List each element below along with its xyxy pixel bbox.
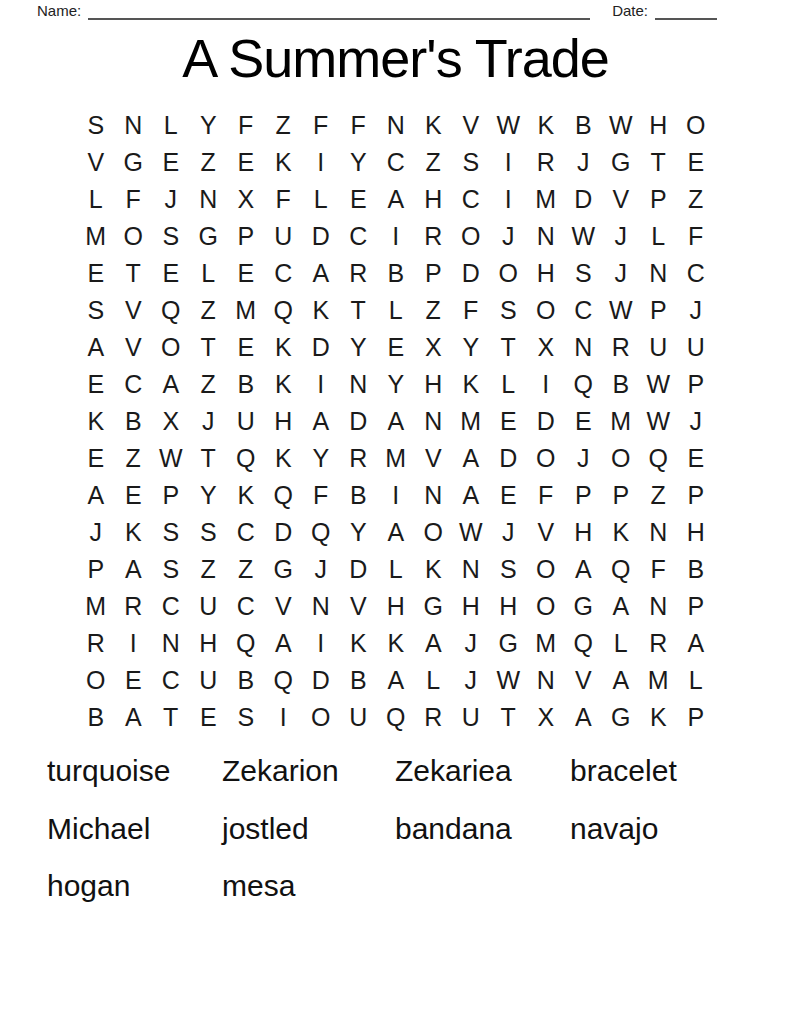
grid-cell[interactable]: G — [115, 144, 153, 181]
grid-cell[interactable]: Q — [302, 514, 340, 551]
grid-cell[interactable]: B — [115, 403, 153, 440]
grid-cell[interactable]: Y — [190, 477, 228, 514]
puzzle-title: A Summer's Trade — [0, 30, 791, 87]
grid-cell[interactable]: D — [527, 403, 565, 440]
grid-cell[interactable]: M — [377, 440, 415, 477]
grid-cell[interactable]: S — [152, 218, 190, 255]
word-list: turquoiseZekarionZekarieabraceletMichael… — [47, 751, 771, 907]
grid-cell[interactable]: J — [677, 292, 715, 329]
grid-cell[interactable]: A — [602, 662, 640, 699]
grid-cell[interactable]: K — [265, 366, 303, 403]
grid-cell[interactable]: E — [77, 255, 115, 292]
grid-cell[interactable]: F — [227, 107, 265, 144]
grid-cell[interactable]: K — [265, 440, 303, 477]
grid-cell[interactable]: F — [302, 107, 340, 144]
grid-cell[interactable]: L — [602, 625, 640, 662]
grid-cell[interactable]: J — [452, 625, 490, 662]
grid-cell[interactable]: U — [227, 403, 265, 440]
grid-cell[interactable]: A — [152, 366, 190, 403]
grid-cell[interactable]: C — [227, 514, 265, 551]
grid-cell[interactable]: P — [640, 292, 678, 329]
grid-cell[interactable]: N — [415, 477, 453, 514]
grid-cell[interactable]: N — [302, 588, 340, 625]
grid-cell[interactable]: N — [115, 107, 153, 144]
grid-cell[interactable]: G — [602, 144, 640, 181]
grid-cell[interactable]: N — [452, 551, 490, 588]
grid-cell[interactable]: W — [602, 107, 640, 144]
grid-cell[interactable]: E — [490, 403, 528, 440]
grid-cell[interactable]: E — [77, 366, 115, 403]
grid-cell[interactable]: V — [602, 181, 640, 218]
grid-cell[interactable]: P — [565, 477, 603, 514]
grid-cell[interactable]: L — [415, 662, 453, 699]
grid-cell[interactable]: S — [152, 551, 190, 588]
grid-cell[interactable]: O — [527, 292, 565, 329]
grid-cell[interactable]: Q — [265, 292, 303, 329]
grid-cell[interactable]: A — [302, 403, 340, 440]
grid-cell[interactable]: C — [565, 292, 603, 329]
grid-cell[interactable]: I — [302, 625, 340, 662]
grid-cell[interactable]: H — [190, 625, 228, 662]
grid-cell[interactable]: T — [152, 699, 190, 736]
grid-cell[interactable]: W — [640, 403, 678, 440]
grid-cell[interactable]: T — [490, 329, 528, 366]
grid-cell[interactable]: N — [565, 329, 603, 366]
grid-cell[interactable]: B — [340, 662, 378, 699]
grid-cell[interactable]: O — [527, 440, 565, 477]
grid-cell[interactable]: W — [565, 218, 603, 255]
grid-cell[interactable]: A — [565, 551, 603, 588]
grid-cell[interactable]: A — [377, 403, 415, 440]
grid-cell[interactable]: V — [265, 588, 303, 625]
grid-cell[interactable]: X — [527, 329, 565, 366]
grid-cell[interactable]: C — [152, 662, 190, 699]
grid-cell[interactable]: K — [602, 514, 640, 551]
grid-cell[interactable]: A — [115, 551, 153, 588]
grid-cell[interactable]: J — [565, 144, 603, 181]
grid-cell[interactable]: O — [452, 218, 490, 255]
grid-cell[interactable]: R — [602, 329, 640, 366]
grid-cell[interactable]: O — [77, 662, 115, 699]
date-input-line[interactable] — [655, 6, 717, 20]
grid-cell[interactable]: L — [152, 107, 190, 144]
grid-cell[interactable]: F — [115, 181, 153, 218]
word-list-item: Zekariea — [395, 751, 570, 792]
grid-cell[interactable]: S — [490, 292, 528, 329]
grid-cell[interactable]: Y — [340, 514, 378, 551]
grid-cell[interactable]: D — [340, 403, 378, 440]
grid-cell[interactable]: Z — [265, 107, 303, 144]
grid-cell[interactable]: N — [640, 255, 678, 292]
grid-cell[interactable]: V — [77, 144, 115, 181]
grid-cell[interactable]: D — [490, 440, 528, 477]
grid-cell[interactable]: C — [115, 366, 153, 403]
grid-cell[interactable]: K — [265, 329, 303, 366]
grid-cell[interactable]: T — [115, 255, 153, 292]
grid-cell[interactable]: Z — [190, 366, 228, 403]
grid-cell[interactable]: Z — [640, 477, 678, 514]
grid-cell[interactable]: H — [677, 514, 715, 551]
grid-cell[interactable]: O — [527, 588, 565, 625]
grid-cell[interactable]: J — [602, 255, 640, 292]
grid-cell[interactable]: T — [190, 329, 228, 366]
grid-cell[interactable]: Q — [265, 662, 303, 699]
grid-cell[interactable]: C — [377, 144, 415, 181]
grid-cell[interactable]: E — [152, 144, 190, 181]
grid-cell[interactable]: M — [227, 292, 265, 329]
grid-cell[interactable]: I — [302, 144, 340, 181]
grid-cell[interactable]: W — [452, 514, 490, 551]
word-list-item: Zekarion — [222, 751, 395, 792]
grid-cell[interactable]: A — [265, 625, 303, 662]
grid-cell[interactable]: H — [565, 514, 603, 551]
grid-cell[interactable]: Q — [602, 551, 640, 588]
grid-cell[interactable]: L — [677, 662, 715, 699]
grid-cell[interactable]: E — [77, 440, 115, 477]
grid-cell[interactable]: S — [565, 255, 603, 292]
grid-cell[interactable]: Y — [377, 366, 415, 403]
grid-cell[interactable]: C — [152, 588, 190, 625]
grid-cell[interactable]: J — [190, 403, 228, 440]
grid-cell[interactable]: U — [677, 329, 715, 366]
grid-cell[interactable]: N — [152, 625, 190, 662]
grid-cell[interactable]: V — [415, 440, 453, 477]
grid-cell[interactable]: H — [415, 366, 453, 403]
grid-cell[interactable]: U — [340, 699, 378, 736]
grid-cell[interactable]: A — [77, 477, 115, 514]
grid-cell[interactable]: X — [152, 403, 190, 440]
grid-cell[interactable]: I — [490, 144, 528, 181]
grid-cell[interactable]: Z — [190, 292, 228, 329]
grid-cell[interactable]: S — [190, 514, 228, 551]
grid-cell[interactable]: V — [115, 292, 153, 329]
grid-cell[interactable]: Q — [565, 625, 603, 662]
grid-cell[interactable]: E — [677, 144, 715, 181]
grid-cell[interactable]: R — [415, 218, 453, 255]
grid-cell[interactable]: E — [115, 477, 153, 514]
grid-cell[interactable]: A — [452, 477, 490, 514]
grid-cell[interactable]: A — [377, 662, 415, 699]
grid-cell[interactable]: X — [527, 699, 565, 736]
grid-cell[interactable]: P — [677, 477, 715, 514]
grid-cell[interactable]: I — [302, 366, 340, 403]
grid-cell[interactable]: Z — [415, 292, 453, 329]
grid-cell[interactable]: W — [490, 662, 528, 699]
grid-cell[interactable]: L — [190, 255, 228, 292]
grid-cell[interactable]: C — [265, 255, 303, 292]
grid-cell[interactable]: Z — [190, 551, 228, 588]
grid-cell[interactable]: P — [677, 366, 715, 403]
grid-cell[interactable]: Z — [415, 144, 453, 181]
grid-cell[interactable]: Y — [340, 144, 378, 181]
grid-cell[interactable]: M — [602, 403, 640, 440]
name-input-line[interactable] — [88, 6, 590, 20]
grid-cell[interactable]: Z — [190, 144, 228, 181]
grid-cell[interactable]: J — [602, 218, 640, 255]
grid-cell[interactable]: S — [152, 514, 190, 551]
grid-cell[interactable]: K — [527, 107, 565, 144]
grid-cell[interactable]: N — [377, 107, 415, 144]
grid-cell[interactable]: Q — [377, 699, 415, 736]
grid-cell[interactable]: M — [77, 218, 115, 255]
grid-cell[interactable]: T — [190, 440, 228, 477]
grid-cell[interactable]: G — [565, 588, 603, 625]
grid-cell[interactable]: E — [340, 181, 378, 218]
grid-cell[interactable]: Z — [227, 551, 265, 588]
grid-cell[interactable]: G — [602, 699, 640, 736]
grid-cell[interactable]: R — [415, 699, 453, 736]
grid-cell[interactable]: P — [677, 699, 715, 736]
grid-cell[interactable]: Q — [265, 477, 303, 514]
grid-cell[interactable]: O — [415, 514, 453, 551]
grid-cell[interactable]: J — [302, 551, 340, 588]
grid-cell[interactable]: K — [452, 366, 490, 403]
grid-cell[interactable]: I — [265, 699, 303, 736]
grid-cell[interactable]: A — [77, 329, 115, 366]
grid-cell[interactable]: D — [265, 514, 303, 551]
grid-cell[interactable]: Z — [677, 181, 715, 218]
grid-cell[interactable]: C — [227, 588, 265, 625]
grid-cell[interactable]: H — [452, 588, 490, 625]
grid-cell[interactable]: B — [227, 366, 265, 403]
word-list-item: turquoise — [47, 751, 222, 792]
grid-cell[interactable]: N — [190, 181, 228, 218]
grid-cell[interactable]: B — [227, 662, 265, 699]
grid-cell[interactable]: K — [77, 403, 115, 440]
grid-cell[interactable]: L — [377, 292, 415, 329]
grid-cell[interactable]: V — [340, 588, 378, 625]
grid-cell[interactable]: Q — [640, 440, 678, 477]
grid-cell[interactable]: J — [490, 514, 528, 551]
grid-cell[interactable]: D — [302, 662, 340, 699]
grid-cell[interactable]: S — [452, 144, 490, 181]
grid-cell[interactable]: D — [452, 255, 490, 292]
grid-cell[interactable]: J — [490, 218, 528, 255]
grid-cell[interactable]: A — [677, 625, 715, 662]
grid-cell[interactable]: D — [302, 329, 340, 366]
grid-cell[interactable]: K — [377, 625, 415, 662]
grid-cell[interactable]: P — [677, 588, 715, 625]
grid-cell[interactable]: O — [602, 440, 640, 477]
grid-cell[interactable]: B — [340, 477, 378, 514]
grid-cell[interactable]: U — [190, 662, 228, 699]
grid-cell[interactable]: N — [640, 514, 678, 551]
grid-cell[interactable]: Z — [115, 440, 153, 477]
grid-cell[interactable]: H — [640, 107, 678, 144]
grid-cell[interactable]: H — [377, 588, 415, 625]
grid-cell[interactable]: F — [677, 218, 715, 255]
grid-cell[interactable]: A — [377, 181, 415, 218]
grid-cell[interactable]: H — [415, 181, 453, 218]
grid-cell[interactable]: E — [490, 477, 528, 514]
grid-cell[interactable]: F — [340, 107, 378, 144]
grid-cell[interactable]: E — [227, 329, 265, 366]
grid-cell[interactable]: E — [190, 699, 228, 736]
name-label: Name: — [37, 3, 81, 20]
grid-cell[interactable]: B — [565, 107, 603, 144]
word-list-item: hogan — [47, 866, 222, 907]
grid-cell[interactable]: A — [115, 699, 153, 736]
grid-cell[interactable]: W — [640, 366, 678, 403]
grid-cell[interactable]: P — [415, 255, 453, 292]
grid-cell[interactable]: G — [490, 625, 528, 662]
grid-cell[interactable]: R — [340, 255, 378, 292]
grid-cell[interactable]: T — [490, 699, 528, 736]
grid-cell[interactable]: K — [265, 144, 303, 181]
grid-cell[interactable]: U — [640, 329, 678, 366]
grid-cell[interactable]: Y — [340, 329, 378, 366]
grid-cell[interactable]: R — [640, 625, 678, 662]
grid-cell[interactable]: N — [340, 366, 378, 403]
grid-cell[interactable]: G — [415, 588, 453, 625]
grid-cell[interactable]: L — [377, 551, 415, 588]
grid-cell[interactable]: J — [452, 662, 490, 699]
grid-cell[interactable]: C — [452, 181, 490, 218]
grid-cell[interactable]: V — [115, 329, 153, 366]
grid-cell[interactable]: F — [640, 551, 678, 588]
grid-cell[interactable]: J — [152, 181, 190, 218]
grid-cell[interactable]: L — [640, 218, 678, 255]
grid-cell[interactable]: K — [415, 551, 453, 588]
grid-cell[interactable]: W — [152, 440, 190, 477]
grid-cell[interactable]: M — [77, 588, 115, 625]
grid-cell[interactable]: C — [340, 218, 378, 255]
grid-cell[interactable]: N — [527, 662, 565, 699]
grid-cell[interactable]: E — [115, 662, 153, 699]
grid-cell[interactable]: E — [677, 440, 715, 477]
grid-cell[interactable]: I — [115, 625, 153, 662]
grid-cell[interactable]: Y — [452, 329, 490, 366]
grid-cell[interactable]: B — [77, 699, 115, 736]
grid-cell[interactable]: V — [565, 662, 603, 699]
grid-cell[interactable]: E — [227, 255, 265, 292]
grid-cell[interactable]: F — [452, 292, 490, 329]
grid-cell[interactable]: O — [677, 107, 715, 144]
grid-cell[interactable]: O — [152, 329, 190, 366]
grid-cell[interactable]: G — [190, 218, 228, 255]
grid-cell[interactable]: R — [77, 625, 115, 662]
grid-cell[interactable]: E — [377, 329, 415, 366]
grid-cell[interactable]: O — [527, 551, 565, 588]
grid-cell[interactable]: Q — [227, 625, 265, 662]
grid-cell[interactable]: W — [490, 107, 528, 144]
grid-cell[interactable]: J — [77, 514, 115, 551]
grid-cell[interactable]: B — [602, 366, 640, 403]
grid-cell[interactable]: Q — [565, 366, 603, 403]
grid-cell[interactable]: N — [415, 403, 453, 440]
grid-cell[interactable]: V — [452, 107, 490, 144]
grid-cell[interactable]: H — [527, 255, 565, 292]
grid-cell[interactable]: W — [602, 292, 640, 329]
grid-cell[interactable]: D — [302, 218, 340, 255]
grid-cell[interactable]: M — [527, 625, 565, 662]
grid-cell[interactable]: Q — [152, 292, 190, 329]
grid-cell[interactable]: B — [677, 551, 715, 588]
grid-cell[interactable]: X — [227, 181, 265, 218]
grid-cell[interactable]: O — [490, 255, 528, 292]
grid-cell[interactable]: R — [115, 588, 153, 625]
grid-cell[interactable]: A — [602, 588, 640, 625]
grid-cell[interactable]: S — [490, 551, 528, 588]
grid-cell[interactable]: P — [152, 477, 190, 514]
grid-cell[interactable]: K — [115, 514, 153, 551]
grid-cell[interactable]: Y — [190, 107, 228, 144]
grid-cell[interactable]: P — [602, 477, 640, 514]
grid-cell[interactable]: M — [640, 662, 678, 699]
grid-cell[interactable]: U — [452, 699, 490, 736]
grid-cell[interactable]: P — [77, 551, 115, 588]
grid-cell[interactable]: E — [152, 255, 190, 292]
grid-cell[interactable]: I — [377, 477, 415, 514]
grid-cell[interactable]: G — [265, 551, 303, 588]
grid-cell[interactable]: K — [415, 107, 453, 144]
grid-cell[interactable]: U — [190, 588, 228, 625]
grid-cell[interactable]: C — [677, 255, 715, 292]
grid-cell[interactable]: K — [640, 699, 678, 736]
grid-cell[interactable]: M — [527, 181, 565, 218]
grid-cell[interactable]: E — [565, 403, 603, 440]
grid-cell[interactable]: N — [527, 218, 565, 255]
grid-cell[interactable]: L — [77, 181, 115, 218]
grid-cell[interactable]: S — [77, 292, 115, 329]
grid-cell[interactable]: R — [527, 144, 565, 181]
grid-cell[interactable]: I — [527, 366, 565, 403]
word-list-item: navajo — [570, 809, 771, 850]
grid-cell[interactable]: A — [302, 255, 340, 292]
grid-cell[interactable]: T — [340, 292, 378, 329]
grid-cell[interactable]: L — [302, 181, 340, 218]
grid-cell[interactable]: A — [377, 514, 415, 551]
grid-cell[interactable]: A — [452, 440, 490, 477]
word-list-item: bracelet — [570, 751, 771, 792]
grid-cell[interactable]: V — [527, 514, 565, 551]
grid-cell[interactable]: M — [452, 403, 490, 440]
grid-cell[interactable]: F — [265, 181, 303, 218]
grid-cell[interactable]: J — [677, 403, 715, 440]
grid-cell[interactable]: A — [565, 699, 603, 736]
grid-cell[interactable]: P — [640, 181, 678, 218]
grid-cell[interactable]: O — [115, 218, 153, 255]
grid-cell[interactable]: B — [377, 255, 415, 292]
grid-cell[interactable]: D — [340, 551, 378, 588]
grid-cell[interactable]: H — [265, 403, 303, 440]
grid-cell[interactable]: F — [302, 477, 340, 514]
grid-cell[interactable]: J — [565, 440, 603, 477]
grid-cell[interactable]: L — [490, 366, 528, 403]
grid-cell[interactable]: R — [340, 440, 378, 477]
grid-cell[interactable]: X — [415, 329, 453, 366]
grid-cell[interactable]: I — [377, 218, 415, 255]
grid-cell[interactable]: E — [227, 144, 265, 181]
grid-cell[interactable]: S — [77, 107, 115, 144]
grid-cell[interactable]: I — [490, 181, 528, 218]
grid-cell[interactable]: K — [340, 625, 378, 662]
grid-cell[interactable]: T — [640, 144, 678, 181]
grid-cell[interactable]: Y — [302, 440, 340, 477]
grid-cell[interactable]: F — [527, 477, 565, 514]
grid-cell[interactable]: K — [302, 292, 340, 329]
grid-cell[interactable]: O — [302, 699, 340, 736]
grid-cell[interactable]: U — [265, 218, 303, 255]
grid-cell[interactable]: K — [227, 477, 265, 514]
grid-cell[interactable]: S — [227, 699, 265, 736]
grid-cell[interactable]: N — [640, 588, 678, 625]
grid-cell[interactable]: Q — [227, 440, 265, 477]
grid-cell[interactable]: H — [490, 588, 528, 625]
grid-cell[interactable]: P — [227, 218, 265, 255]
grid-cell[interactable]: A — [415, 625, 453, 662]
grid-cell[interactable]: D — [565, 181, 603, 218]
